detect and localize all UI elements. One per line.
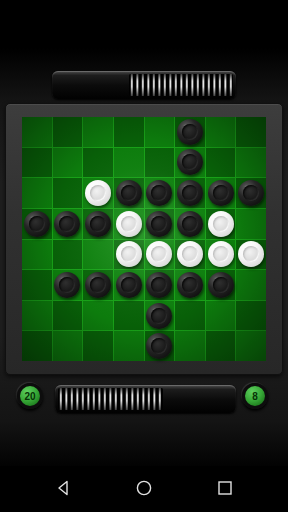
board-cell-a8[interactable] [22,331,52,361]
board-cell-h3[interactable] [236,178,266,208]
board-cell-c2[interactable] [83,148,113,178]
board-cell-f4[interactable] [175,209,205,239]
disc-black [54,272,80,298]
recents-icon[interactable] [217,480,233,496]
board-cell-c8[interactable] [83,331,113,361]
board-cell-e2[interactable] [145,148,175,178]
disc-black [146,333,172,359]
board-cell-g4[interactable] [206,209,236,239]
disc-black [177,180,203,206]
disc-white [208,241,234,267]
disc-black [85,211,111,237]
board-cell-g3[interactable] [206,178,236,208]
black-rack-discs [58,388,163,410]
board-cell-b2[interactable] [53,148,83,178]
board-cell-f8[interactable] [175,331,205,361]
board-cell-g1[interactable] [206,117,236,147]
back-icon[interactable] [56,480,72,496]
board-cell-e7[interactable] [145,301,175,331]
board-cell-a5[interactable] [22,240,52,270]
disc-black [146,272,172,298]
board-cell-a1[interactable] [22,117,52,147]
board-cell-h1[interactable] [236,117,266,147]
disc-black [146,180,172,206]
disc-black [208,272,234,298]
board-cell-e5[interactable] [145,240,175,270]
board-cell-f6[interactable] [175,270,205,300]
board-cell-g6[interactable] [206,270,236,300]
board-cell-h5[interactable] [236,240,266,270]
board-cell-b4[interactable] [53,209,83,239]
disc-white [238,241,264,267]
board-cell-e1[interactable] [145,117,175,147]
disc-black [146,211,172,237]
disc-black [116,180,142,206]
board-cell-f7[interactable] [175,301,205,331]
board-cell-d5[interactable] [114,240,144,270]
board-cell-f1[interactable] [175,117,205,147]
board-cell-c1[interactable] [83,117,113,147]
disc-white [85,180,111,206]
board-cell-h7[interactable] [236,301,266,331]
board-cell-a4[interactable] [22,209,52,239]
disc-black [85,272,111,298]
disc-black [177,211,203,237]
disc-black [238,180,264,206]
board [22,117,266,361]
board-cell-g7[interactable] [206,301,236,331]
board-cell-f5[interactable] [175,240,205,270]
black-score: 20 [24,391,35,402]
board-cell-c5[interactable] [83,240,113,270]
board-cell-h8[interactable] [236,331,266,361]
disc-black [54,211,80,237]
black-score-badge: 20 [17,383,43,409]
board-frame [5,103,283,375]
board-cell-b3[interactable] [53,178,83,208]
board-cell-b5[interactable] [53,240,83,270]
board-cell-d2[interactable] [114,148,144,178]
android-nav-bar [0,466,288,512]
black-disc-rack [55,385,236,413]
board-cell-g2[interactable] [206,148,236,178]
board-cell-b1[interactable] [53,117,83,147]
board-cell-c4[interactable] [83,209,113,239]
disc-white [208,211,234,237]
board-cell-a2[interactable] [22,148,52,178]
disc-black [177,149,203,175]
board-cell-b7[interactable] [53,301,83,331]
board-cell-c3[interactable] [83,178,113,208]
board-cell-d7[interactable] [114,301,144,331]
board-cell-e6[interactable] [145,270,175,300]
board-cell-d3[interactable] [114,178,144,208]
disc-black [116,272,142,298]
board-cell-b8[interactable] [53,331,83,361]
disc-black [24,211,50,237]
board-cell-f2[interactable] [175,148,205,178]
board-cell-c7[interactable] [83,301,113,331]
board-cell-f3[interactable] [175,178,205,208]
board-cell-b6[interactable] [53,270,83,300]
board-cell-d4[interactable] [114,209,144,239]
board-cell-a6[interactable] [22,270,52,300]
white-rack-discs [129,74,234,96]
disc-white [116,211,142,237]
disc-black [177,272,203,298]
board-cell-e8[interactable] [145,331,175,361]
board-cell-d8[interactable] [114,331,144,361]
disc-white [177,241,203,267]
board-cell-d6[interactable] [114,270,144,300]
app-screen: 20 8 [0,0,288,512]
disc-black [177,119,203,145]
home-icon[interactable] [136,480,152,496]
board-cell-e3[interactable] [145,178,175,208]
board-cell-h6[interactable] [236,270,266,300]
board-cell-h2[interactable] [236,148,266,178]
board-cell-h4[interactable] [236,209,266,239]
board-cell-c6[interactable] [83,270,113,300]
disc-white [146,241,172,267]
white-score: 8 [252,391,258,402]
board-cell-g5[interactable] [206,240,236,270]
board-cell-g8[interactable] [206,331,236,361]
white-disc-rack [52,71,236,99]
board-cell-e4[interactable] [145,209,175,239]
disc-black [146,303,172,329]
disc-black [208,180,234,206]
board-cell-d1[interactable] [114,117,144,147]
board-cell-a3[interactable] [22,178,52,208]
board-cell-a7[interactable] [22,301,52,331]
disc-white [116,241,142,267]
white-score-badge: 8 [242,383,268,409]
